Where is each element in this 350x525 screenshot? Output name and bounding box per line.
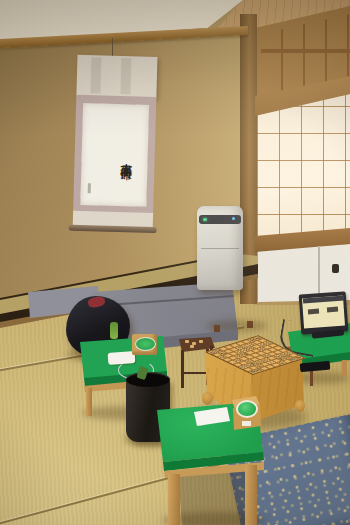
shogi-clock-left-face — [135, 337, 156, 351]
board-leg — [202, 392, 213, 405]
waste-bin-opening — [126, 372, 170, 387]
captured-piece — [199, 340, 203, 343]
captured-piece — [185, 340, 189, 343]
clock-readout-right — [327, 307, 338, 313]
table-leg — [342, 360, 347, 376]
table-leg — [245, 465, 257, 525]
fusuma-seam — [318, 246, 320, 300]
calligraphy-signature-mark — [88, 183, 91, 193]
shoji-window — [257, 92, 350, 242]
shogi-clock-front-face — [236, 400, 258, 418]
scroll-futai-strip — [90, 57, 101, 93]
green-tea-bottle — [110, 322, 118, 339]
stool-leg — [181, 350, 184, 388]
scroll-top-mount — [76, 55, 157, 99]
status-indicator-light — [232, 217, 235, 220]
scroll-futai-strip — [120, 58, 131, 94]
power-indicator-light — [203, 218, 207, 221]
clock-readout-left — [308, 309, 319, 315]
fusuma-handle — [332, 264, 339, 273]
captured-piece — [190, 345, 194, 348]
calligraphy-text: 盡人事而待天命 — [95, 109, 134, 202]
shogi-clock-front — [228, 394, 262, 432]
table-leg — [86, 388, 92, 416]
air-purifier-seam — [201, 248, 239, 249]
stool-foot — [247, 321, 253, 328]
clock-label — [242, 421, 251, 426]
table-leg — [168, 474, 180, 525]
hanging-scroll: 盡人事而待天命 — [71, 55, 164, 235]
board-leg — [295, 400, 305, 412]
shogi-match-room-photo: 盡人事而待天命 — [0, 0, 350, 525]
scroll-roller-bar — [69, 225, 157, 233]
